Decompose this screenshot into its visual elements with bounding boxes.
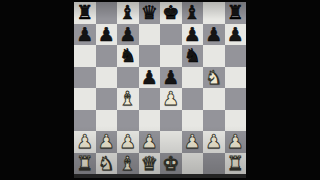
square-c2[interactable]: ♟ bbox=[117, 131, 139, 153]
piece-black-knight: ♞ bbox=[184, 46, 201, 65]
piece-black-pawn: ♟ bbox=[119, 24, 136, 43]
square-h3[interactable] bbox=[225, 110, 247, 132]
square-g4[interactable] bbox=[203, 88, 225, 110]
square-d2[interactable]: ♟ bbox=[139, 131, 161, 153]
square-c8[interactable]: ♝ bbox=[117, 2, 139, 24]
square-a2[interactable]: ♟ bbox=[74, 131, 96, 153]
piece-white-pawn: ♟ bbox=[98, 132, 115, 151]
square-d8[interactable]: ♛ bbox=[139, 2, 161, 24]
square-d7[interactable] bbox=[139, 24, 161, 46]
square-e3[interactable] bbox=[160, 110, 182, 132]
square-a5[interactable] bbox=[74, 67, 96, 89]
piece-black-king: ♚ bbox=[162, 3, 179, 22]
piece-black-bishop: ♝ bbox=[119, 3, 136, 22]
piece-white-pawn: ♟ bbox=[141, 132, 158, 151]
chess-board[interactable]: ♜♝♛♚♝♜♟♟♟♟♟♟♞♞♟♟♞♝♟♟♟♟♟♟♟♟♜♞♝♛♚♜ bbox=[74, 2, 246, 174]
piece-white-queen: ♛ bbox=[141, 153, 158, 172]
square-g5[interactable]: ♞ bbox=[203, 67, 225, 89]
square-b7[interactable]: ♟ bbox=[96, 24, 118, 46]
piece-white-rook: ♜ bbox=[227, 153, 244, 172]
piece-black-knight: ♞ bbox=[119, 46, 136, 65]
piece-black-pawn: ♟ bbox=[162, 67, 179, 86]
square-d3[interactable] bbox=[139, 110, 161, 132]
square-d6[interactable] bbox=[139, 45, 161, 67]
square-c1[interactable]: ♝ bbox=[117, 153, 139, 175]
square-a3[interactable] bbox=[74, 110, 96, 132]
square-c4[interactable]: ♝ bbox=[117, 88, 139, 110]
square-h7[interactable]: ♟ bbox=[225, 24, 247, 46]
square-a7[interactable]: ♟ bbox=[74, 24, 96, 46]
piece-white-pawn: ♟ bbox=[205, 132, 222, 151]
square-f6[interactable]: ♞ bbox=[182, 45, 204, 67]
square-g7[interactable]: ♟ bbox=[203, 24, 225, 46]
square-e2[interactable] bbox=[160, 131, 182, 153]
square-d4[interactable] bbox=[139, 88, 161, 110]
square-a8[interactable]: ♜ bbox=[74, 2, 96, 24]
letterbox-left bbox=[0, 0, 74, 180]
square-e4[interactable]: ♟ bbox=[160, 88, 182, 110]
square-h8[interactable]: ♜ bbox=[225, 2, 247, 24]
piece-white-pawn: ♟ bbox=[76, 132, 93, 151]
square-e8[interactable]: ♚ bbox=[160, 2, 182, 24]
piece-white-king: ♚ bbox=[162, 153, 179, 172]
piece-white-pawn: ♟ bbox=[162, 89, 179, 108]
square-h2[interactable]: ♟ bbox=[225, 131, 247, 153]
square-a6[interactable] bbox=[74, 45, 96, 67]
square-a1[interactable]: ♜ bbox=[74, 153, 96, 175]
piece-white-pawn: ♟ bbox=[227, 132, 244, 151]
square-d5[interactable]: ♟ bbox=[139, 67, 161, 89]
piece-white-pawn: ♟ bbox=[119, 132, 136, 151]
piece-white-knight: ♞ bbox=[98, 153, 115, 172]
square-f2[interactable]: ♟ bbox=[182, 131, 204, 153]
square-e5[interactable]: ♟ bbox=[160, 67, 182, 89]
square-g1[interactable] bbox=[203, 153, 225, 175]
square-c5[interactable] bbox=[117, 67, 139, 89]
square-f3[interactable] bbox=[182, 110, 204, 132]
piece-white-rook: ♜ bbox=[76, 153, 93, 172]
square-f5[interactable] bbox=[182, 67, 204, 89]
square-g6[interactable] bbox=[203, 45, 225, 67]
square-b1[interactable]: ♞ bbox=[96, 153, 118, 175]
square-a4[interactable] bbox=[74, 88, 96, 110]
piece-black-pawn: ♟ bbox=[205, 24, 222, 43]
square-f4[interactable] bbox=[182, 88, 204, 110]
piece-black-pawn: ♟ bbox=[141, 67, 158, 86]
square-f1[interactable] bbox=[182, 153, 204, 175]
video-frame: ♜♝♛♚♝♜♟♟♟♟♟♟♞♞♟♟♞♝♟♟♟♟♟♟♟♟♜♞♝♛♚♜ bbox=[0, 0, 320, 180]
square-c3[interactable] bbox=[117, 110, 139, 132]
square-g8[interactable] bbox=[203, 2, 225, 24]
square-h6[interactable] bbox=[225, 45, 247, 67]
piece-white-bishop: ♝ bbox=[119, 89, 136, 108]
piece-black-rook: ♜ bbox=[227, 3, 244, 22]
piece-black-pawn: ♟ bbox=[184, 24, 201, 43]
square-f8[interactable]: ♝ bbox=[182, 2, 204, 24]
square-c7[interactable]: ♟ bbox=[117, 24, 139, 46]
board-bottom-edge bbox=[74, 174, 246, 178]
square-c6[interactable]: ♞ bbox=[117, 45, 139, 67]
piece-black-rook: ♜ bbox=[76, 3, 93, 22]
square-e1[interactable]: ♚ bbox=[160, 153, 182, 175]
piece-black-pawn: ♟ bbox=[76, 24, 93, 43]
square-e6[interactable] bbox=[160, 45, 182, 67]
square-d1[interactable]: ♛ bbox=[139, 153, 161, 175]
piece-white-bishop: ♝ bbox=[119, 153, 136, 172]
square-g2[interactable]: ♟ bbox=[203, 131, 225, 153]
square-e7[interactable] bbox=[160, 24, 182, 46]
piece-white-knight: ♞ bbox=[205, 67, 222, 86]
piece-black-bishop: ♝ bbox=[184, 3, 201, 22]
piece-black-pawn: ♟ bbox=[98, 24, 115, 43]
square-h5[interactable] bbox=[225, 67, 247, 89]
square-f7[interactable]: ♟ bbox=[182, 24, 204, 46]
square-b4[interactable] bbox=[96, 88, 118, 110]
square-h1[interactable]: ♜ bbox=[225, 153, 247, 175]
square-b3[interactable] bbox=[96, 110, 118, 132]
square-b5[interactable] bbox=[96, 67, 118, 89]
piece-black-queen: ♛ bbox=[141, 3, 158, 22]
square-h4[interactable] bbox=[225, 88, 247, 110]
piece-black-pawn: ♟ bbox=[227, 24, 244, 43]
square-g3[interactable] bbox=[203, 110, 225, 132]
letterbox-right bbox=[246, 0, 320, 180]
square-b6[interactable] bbox=[96, 45, 118, 67]
square-b2[interactable]: ♟ bbox=[96, 131, 118, 153]
piece-white-pawn: ♟ bbox=[184, 132, 201, 151]
square-b8[interactable] bbox=[96, 2, 118, 24]
